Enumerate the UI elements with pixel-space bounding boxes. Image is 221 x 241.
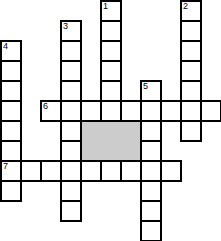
cell-r9-c3[interactable] xyxy=(61,181,81,201)
cell-r8-c0[interactable]: 7 xyxy=(1,161,21,181)
cell-r1-c5[interactable] xyxy=(101,21,121,41)
cell-r8-c3[interactable] xyxy=(61,161,81,181)
cell-r2-c5[interactable] xyxy=(101,41,121,61)
cell-r1-c3[interactable]: 3 xyxy=(61,21,81,41)
cell-r5-c6[interactable] xyxy=(121,101,141,121)
cell-r7-c0[interactable] xyxy=(1,141,21,161)
cell-r4-c5[interactable] xyxy=(101,81,121,101)
cell-r10-c7[interactable] xyxy=(141,201,161,221)
cell-r6-c9[interactable] xyxy=(181,121,201,141)
cell-r5-c7[interactable] xyxy=(141,101,161,121)
clue-number-3: 3 xyxy=(63,21,68,31)
cell-r6-c3[interactable] xyxy=(61,121,81,141)
cell-r5-c9[interactable] xyxy=(181,101,201,121)
cell-r3-c0[interactable] xyxy=(1,61,21,81)
cell-r8-c8[interactable] xyxy=(161,161,181,181)
cell-r9-c0[interactable] xyxy=(1,181,21,201)
cell-r8-c6[interactable] xyxy=(121,161,141,181)
clue-number-5: 5 xyxy=(143,81,148,91)
cell-r1-c9[interactable] xyxy=(181,21,201,41)
cell-r10-c3[interactable] xyxy=(61,201,81,221)
cell-r9-c7[interactable] xyxy=(141,181,161,201)
cell-r8-c2[interactable] xyxy=(41,161,61,181)
cell-r8-c5[interactable] xyxy=(101,161,121,181)
cell-r11-c7[interactable] xyxy=(141,221,161,241)
cell-r2-c9[interactable] xyxy=(181,41,201,61)
cell-r3-c5[interactable] xyxy=(101,61,121,81)
cell-r7-c3[interactable] xyxy=(61,141,81,161)
cell-r6-c7[interactable] xyxy=(141,121,161,141)
cell-r5-c8[interactable] xyxy=(161,101,181,121)
blocked-region xyxy=(81,121,141,161)
cell-r8-c4[interactable] xyxy=(81,161,101,181)
cell-r0-c5[interactable]: 1 xyxy=(101,1,121,21)
cell-r4-c0[interactable] xyxy=(1,81,21,101)
cell-r8-c1[interactable] xyxy=(21,161,41,181)
crossword-board: 1234567 xyxy=(1,1,221,241)
cell-r2-c3[interactable] xyxy=(61,41,81,61)
clue-number-2: 2 xyxy=(183,1,188,11)
cell-r5-c0[interactable] xyxy=(1,101,21,121)
clue-number-6: 6 xyxy=(43,101,48,111)
cell-r7-c7[interactable] xyxy=(141,141,161,161)
cell-r2-c0[interactable]: 4 xyxy=(1,41,21,61)
cell-r4-c9[interactable] xyxy=(181,81,201,101)
clue-number-4: 4 xyxy=(3,41,8,51)
clue-number-1: 1 xyxy=(103,1,108,11)
cell-r5-c10[interactable] xyxy=(201,101,221,121)
cell-r8-c7[interactable] xyxy=(141,161,161,181)
cell-r5-c2[interactable]: 6 xyxy=(41,101,61,121)
cell-r5-c4[interactable] xyxy=(81,101,101,121)
cell-r4-c7[interactable]: 5 xyxy=(141,81,161,101)
cell-r0-c9[interactable]: 2 xyxy=(181,1,201,21)
page: { "game": "crossword", "board": { "rows"… xyxy=(0,0,221,241)
cell-r6-c0[interactable] xyxy=(1,121,21,141)
cell-r5-c5[interactable] xyxy=(101,101,121,121)
cell-r3-c9[interactable] xyxy=(181,61,201,81)
cell-r4-c3[interactable] xyxy=(61,81,81,101)
clue-number-7: 7 xyxy=(3,161,8,171)
cell-r5-c3[interactable] xyxy=(61,101,81,121)
cell-r3-c3[interactable] xyxy=(61,61,81,81)
